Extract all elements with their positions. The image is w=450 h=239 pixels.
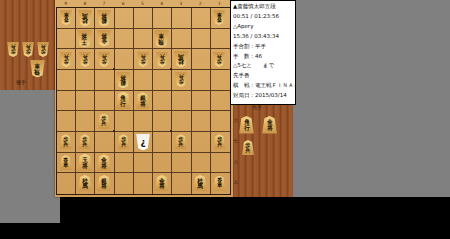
board-square-23 bbox=[192, 49, 211, 70]
piece-kanji: 金将 bbox=[101, 157, 107, 168]
game-info-panel: ▲斎藤慎太郎五段00:51 / 01:23:56△Apery15:36 / 03… bbox=[230, 0, 296, 105]
file-label-8: 8 bbox=[75, 1, 94, 6]
sente-stand-label: 先手 bbox=[252, 105, 262, 110]
piece-kanji: 歩兵 bbox=[140, 54, 145, 64]
board-square-22 bbox=[192, 29, 211, 50]
board-square-61 bbox=[115, 8, 134, 29]
board-square-66 bbox=[115, 111, 134, 132]
board-square-52 bbox=[134, 29, 153, 50]
piece-kanji: 香車 bbox=[217, 178, 222, 188]
board-square-36 bbox=[172, 111, 191, 132]
piece-kanji: ? bbox=[140, 137, 145, 146]
board-square-28 bbox=[192, 153, 211, 174]
file-label-9: 9 bbox=[56, 1, 75, 6]
piece-kanji: 歩兵 bbox=[121, 137, 126, 147]
file-label-6: 6 bbox=[114, 1, 133, 6]
board-square-18 bbox=[211, 153, 230, 174]
piece-kanji: 桂馬 bbox=[178, 54, 184, 65]
rank-label-7: 七 bbox=[233, 139, 239, 144]
board-square-41 bbox=[153, 8, 172, 29]
piece-kanji: 歩兵 bbox=[63, 54, 68, 64]
piece-kanji: 歩兵 bbox=[102, 54, 107, 64]
board-square-25 bbox=[192, 91, 211, 112]
board-square-21 bbox=[192, 8, 211, 29]
piece-kanji: 歩兵 bbox=[82, 137, 87, 147]
rank-label-6: 六 bbox=[233, 118, 239, 123]
file-label-4: 4 bbox=[152, 1, 171, 6]
board-square-26 bbox=[192, 111, 211, 132]
board-square-85 bbox=[76, 91, 95, 112]
board-square-77 bbox=[95, 132, 114, 153]
board-square-12 bbox=[211, 29, 230, 50]
board-square-31 bbox=[172, 8, 191, 29]
star-point bbox=[113, 130, 115, 132]
piece-kanji: 金将 bbox=[159, 178, 165, 189]
board-square-62 bbox=[115, 29, 134, 50]
info-line-4: 15:36 / 03:43:34 bbox=[233, 32, 295, 42]
screen: { "game": "shogi", "app": "kifu-viewer",… bbox=[0, 0, 450, 239]
info-line-7: △5七と まで bbox=[233, 61, 295, 71]
piece-kanji: 香車 bbox=[217, 13, 222, 23]
file-label-1: 1 bbox=[210, 1, 229, 6]
board-square-45 bbox=[153, 91, 172, 112]
piece-kanji: 歩兵 bbox=[178, 75, 183, 85]
board-square-39 bbox=[172, 173, 191, 194]
board-square-16 bbox=[211, 111, 230, 132]
board-square-59 bbox=[134, 173, 153, 194]
piece-kanji: 歩兵 bbox=[82, 54, 87, 64]
board-square-95 bbox=[57, 91, 76, 112]
file-label-5: 5 bbox=[133, 1, 152, 6]
board-square-54 bbox=[134, 70, 153, 91]
rank-label-8: 八 bbox=[233, 160, 239, 165]
piece-kanji: 角行 bbox=[244, 119, 250, 130]
board-square-48 bbox=[153, 153, 172, 174]
info-line-8: 先手番 bbox=[233, 71, 295, 81]
piece-kanji: 歩兵 bbox=[217, 54, 222, 64]
board-square-68 bbox=[115, 153, 134, 174]
gote-stand-label: 後手 bbox=[16, 80, 26, 85]
file-label-3: 3 bbox=[171, 1, 190, 6]
piece-kanji: 歩兵 bbox=[11, 45, 16, 55]
info-line-3: △Apery bbox=[233, 22, 295, 32]
piece-kanji: 歩兵 bbox=[246, 143, 251, 153]
piece-kanji: 歩兵 bbox=[217, 137, 222, 147]
info-line-5: 手合割：平手 bbox=[233, 42, 295, 52]
piece-kanji: 金将 bbox=[267, 119, 273, 130]
board-square-24 bbox=[192, 70, 211, 91]
window-lower-edge bbox=[0, 197, 60, 223]
piece-kanji: 桂馬 bbox=[197, 178, 203, 189]
board-square-69 bbox=[115, 173, 134, 194]
piece-kanji: 銀将 bbox=[121, 74, 127, 85]
board-square-38 bbox=[172, 153, 191, 174]
board-square-94 bbox=[57, 70, 76, 91]
board-square-44 bbox=[153, 70, 172, 91]
star-point bbox=[113, 68, 115, 70]
file-label-2: 2 bbox=[191, 1, 210, 6]
board-square-32 bbox=[172, 29, 191, 50]
piece-kanji: 香車 bbox=[63, 13, 68, 23]
board-square-51 bbox=[134, 8, 153, 29]
board-square-99 bbox=[57, 173, 76, 194]
board-square-46 bbox=[153, 111, 172, 132]
board-square-27 bbox=[192, 132, 211, 153]
board-square-58 bbox=[134, 153, 153, 174]
info-line-9: 棋 戦：電王戦ＦＩＮＡＬ bbox=[233, 81, 295, 91]
piece-kanji: 歩兵 bbox=[63, 137, 68, 147]
piece-kanji: 玉将 bbox=[82, 157, 88, 168]
rank-label-9: 九 bbox=[233, 180, 239, 185]
piece-kanji: 歩兵 bbox=[26, 45, 31, 55]
file-label-7: 7 bbox=[94, 1, 113, 6]
piece-kanji: 歩兵 bbox=[102, 116, 107, 126]
info-line-10: 対局日：2015/03/14 bbox=[233, 91, 295, 101]
board-square-15 bbox=[211, 91, 230, 112]
board-square-92 bbox=[57, 29, 76, 50]
board-square-74 bbox=[95, 70, 114, 91]
piece-kanji: 歩兵 bbox=[159, 54, 164, 64]
board-square-35 bbox=[172, 91, 191, 112]
piece-kanji: 銀将 bbox=[140, 95, 146, 106]
piece-kanji: 王将 bbox=[82, 33, 88, 44]
piece-kanji: 銀将 bbox=[101, 12, 107, 23]
piece-kanji: 銀将 bbox=[101, 178, 107, 189]
board-square-84 bbox=[76, 70, 95, 91]
piece-kanji: 飛車 bbox=[159, 33, 165, 44]
piece-kanji: 飛車 bbox=[35, 63, 41, 74]
board-square-47 bbox=[153, 132, 172, 153]
piece-kanji: 歩兵 bbox=[41, 45, 46, 55]
info-line-6: 手 数：46 bbox=[233, 52, 295, 62]
piece-kanji: 角行 bbox=[121, 95, 127, 106]
info-line-2: 00:51 / 01:23:56 bbox=[233, 12, 295, 22]
sente-piece-stand bbox=[233, 103, 293, 197]
board-square-14 bbox=[211, 70, 230, 91]
board-square-63 bbox=[115, 49, 134, 70]
piece-kanji: 桂馬 bbox=[82, 12, 88, 23]
info-line-1: ▲斎藤慎太郎五段 bbox=[233, 2, 295, 12]
board-square-86 bbox=[76, 111, 95, 132]
piece-kanji: 金将 bbox=[101, 33, 107, 44]
board-square-56 bbox=[134, 111, 153, 132]
board-square-75 bbox=[95, 91, 114, 112]
piece-kanji: 香車 bbox=[63, 158, 68, 168]
board-square-96 bbox=[57, 111, 76, 132]
piece-kanji: 桂馬 bbox=[82, 178, 88, 189]
piece-kanji: 歩兵 bbox=[178, 137, 183, 147]
